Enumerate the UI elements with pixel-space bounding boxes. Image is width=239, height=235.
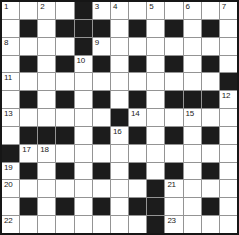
cell-r2c1[interactable]	[2, 20, 19, 37]
blocked-cell-r6c2	[20, 91, 37, 108]
clue-number-13: 13	[4, 109, 13, 119]
cell-r3c6[interactable]: 9	[93, 38, 110, 55]
cell-r10c11[interactable]	[184, 163, 201, 180]
cell-r13c10[interactable]: 23	[165, 216, 182, 233]
cell-r4c1[interactable]	[2, 56, 19, 73]
blocked-cell-r8c6	[93, 127, 110, 144]
cell-r13c1[interactable]: 22	[2, 216, 19, 233]
cell-r4c5[interactable]: 10	[75, 56, 92, 73]
clue-number-21: 21	[167, 180, 176, 190]
blocked-cell-r12c8	[129, 198, 146, 215]
clue-number-3: 3	[95, 2, 99, 12]
cell-r13c11[interactable]	[184, 216, 201, 233]
blocked-cell-r8c3	[38, 127, 55, 144]
cell-r6c13[interactable]: 12	[220, 91, 237, 108]
cell-r5c10[interactable]	[165, 73, 182, 90]
blocked-cell-r12c9	[147, 198, 164, 215]
cell-r9c6[interactable]	[93, 145, 110, 162]
cell-r4c9[interactable]	[147, 56, 164, 73]
cell-r8c1[interactable]	[2, 127, 19, 144]
clue-number-12: 12	[222, 91, 231, 101]
cell-r7c4[interactable]	[56, 109, 73, 126]
cell-r7c11[interactable]: 15	[184, 109, 201, 126]
cell-r11c4[interactable]	[56, 180, 73, 197]
blocked-cell-r4c2	[20, 56, 37, 73]
clue-number-10: 10	[77, 56, 86, 66]
blocked-cell-r6c11	[184, 91, 201, 108]
cell-r5c12[interactable]	[202, 73, 219, 90]
cell-r6c7[interactable]	[111, 91, 128, 108]
cell-r13c3[interactable]	[38, 216, 55, 233]
cell-r10c13[interactable]	[220, 163, 237, 180]
cell-r5c4[interactable]	[56, 73, 73, 90]
cell-r7c1[interactable]: 13	[2, 109, 19, 126]
blocked-cell-r10c6	[93, 163, 110, 180]
cell-r13c5[interactable]	[75, 216, 92, 233]
cell-r13c7[interactable]	[111, 216, 128, 233]
blocked-cell-r6c8	[129, 91, 146, 108]
cell-r11c12[interactable]	[202, 180, 219, 197]
cell-r1c6[interactable]: 3	[93, 2, 110, 19]
cell-r5c2[interactable]	[20, 73, 37, 90]
cell-r13c6[interactable]	[93, 216, 110, 233]
blocked-cell-r3c5	[75, 38, 92, 55]
cell-r1c8[interactable]	[129, 2, 146, 19]
cell-r8c7[interactable]: 16	[111, 127, 128, 144]
blocked-cell-r12c2	[20, 198, 37, 215]
cell-r7c12[interactable]	[202, 109, 219, 126]
cell-r3c7[interactable]	[111, 38, 128, 55]
cell-r13c4[interactable]	[56, 216, 73, 233]
blocked-cell-r4c10	[165, 56, 182, 73]
cell-r11c1[interactable]: 20	[2, 180, 19, 197]
blocked-cell-r10c2	[20, 163, 37, 180]
cell-r7c3[interactable]	[38, 109, 55, 126]
cell-r11c6[interactable]	[93, 180, 110, 197]
cell-r13c12[interactable]	[202, 216, 219, 233]
blocked-cell-r12c6	[93, 198, 110, 215]
cell-r10c7[interactable]	[111, 163, 128, 180]
cell-r11c11[interactable]	[184, 180, 201, 197]
cell-r5c9[interactable]	[147, 73, 164, 90]
clue-number-23: 23	[167, 216, 176, 226]
clue-number-22: 22	[4, 216, 13, 226]
cell-r3c3[interactable]	[38, 38, 55, 55]
cell-r10c3[interactable]	[38, 163, 55, 180]
cell-r5c7[interactable]	[111, 73, 128, 90]
cell-r12c10[interactable]	[165, 198, 182, 215]
blocked-cell-r10c10	[165, 163, 182, 180]
cell-r3c1[interactable]: 8	[2, 38, 19, 55]
cell-r5c5[interactable]	[75, 73, 92, 90]
blocked-cell-r8c10	[165, 127, 182, 144]
cell-r9c9[interactable]	[147, 145, 164, 162]
cell-r6c1[interactable]	[2, 91, 19, 108]
cell-r12c11[interactable]	[184, 198, 201, 215]
cell-r3c11[interactable]	[184, 38, 201, 55]
blocked-cell-r5c13	[220, 73, 237, 90]
clue-number-5: 5	[149, 2, 153, 12]
cell-r7c5[interactable]	[75, 109, 92, 126]
cell-r2c3[interactable]	[38, 20, 55, 37]
clue-number-6: 6	[186, 2, 190, 12]
cell-r9c10[interactable]	[165, 145, 182, 162]
cell-r2c7[interactable]	[111, 20, 128, 37]
clue-number-18: 18	[40, 145, 49, 155]
blocked-cell-r10c4	[56, 163, 73, 180]
cell-r3c8[interactable]	[129, 38, 146, 55]
cell-r9c4[interactable]	[56, 145, 73, 162]
cell-r9c8[interactable]	[129, 145, 146, 162]
blocked-cell-r8c2	[20, 127, 37, 144]
cell-r11c5[interactable]	[75, 180, 92, 197]
cell-r9c11[interactable]	[184, 145, 201, 162]
cell-r1c7[interactable]: 4	[111, 2, 128, 19]
blocked-cell-r6c10	[165, 91, 182, 108]
cell-r13c2[interactable]	[20, 216, 37, 233]
clue-number-20: 20	[4, 180, 13, 190]
cell-r3c9[interactable]	[147, 38, 164, 55]
cell-r8c13[interactable]	[220, 127, 237, 144]
blocked-cell-r6c6	[93, 91, 110, 108]
cell-r5c8[interactable]	[129, 73, 146, 90]
blocked-cell-r7c7	[111, 109, 128, 126]
clue-number-17: 17	[22, 145, 31, 155]
cell-r6c9[interactable]	[147, 91, 164, 108]
cell-r3c12[interactable]	[202, 38, 219, 55]
cell-r5c11[interactable]	[184, 73, 201, 90]
cell-r9c13[interactable]	[220, 145, 237, 162]
cell-r9c3[interactable]: 18	[38, 145, 55, 162]
blocked-cell-r2c8	[129, 20, 146, 37]
cell-r9c7[interactable]	[111, 145, 128, 162]
cell-r7c8[interactable]: 14	[129, 109, 146, 126]
clue-number-19: 19	[4, 163, 13, 173]
cell-r9c2[interactable]: 17	[20, 145, 37, 162]
cell-r7c2[interactable]	[20, 109, 37, 126]
blocked-cell-r8c12	[202, 127, 219, 144]
blocked-cell-r4c12	[202, 56, 219, 73]
cell-r8c11[interactable]	[184, 127, 201, 144]
clue-number-7: 7	[222, 2, 226, 12]
cell-r2c11[interactable]	[184, 20, 201, 37]
cell-r13c8[interactable]	[129, 216, 146, 233]
clue-number-9: 9	[95, 38, 99, 48]
clue-number-14: 14	[131, 109, 140, 119]
cell-r9c12[interactable]	[202, 145, 219, 162]
cell-r2c13[interactable]	[220, 20, 237, 37]
blocked-cell-r8c8	[129, 127, 146, 144]
cell-r1c2[interactable]	[20, 2, 37, 19]
cell-r11c8[interactable]	[129, 180, 146, 197]
cell-r7c10[interactable]	[165, 109, 182, 126]
cell-r2c9[interactable]	[147, 20, 164, 37]
cell-r1c12[interactable]	[202, 2, 219, 19]
cell-r7c13[interactable]	[220, 109, 237, 126]
cell-r4c11[interactable]	[184, 56, 201, 73]
blocked-cell-r13c9	[147, 216, 164, 233]
blocked-cell-r10c8	[129, 163, 146, 180]
blocked-cell-r2c6	[93, 20, 110, 37]
blocked-cell-r2c10	[165, 20, 182, 37]
blocked-cell-r2c2	[20, 20, 37, 37]
cell-r3c10[interactable]	[165, 38, 182, 55]
clue-number-16: 16	[113, 127, 122, 137]
blocked-cell-r2c5	[75, 20, 92, 37]
blocked-cell-r6c4	[56, 91, 73, 108]
blocked-cell-r12c12	[202, 198, 219, 215]
cell-r7c6[interactable]	[93, 109, 110, 126]
cell-r12c3[interactable]	[38, 198, 55, 215]
blocked-cell-r9c1	[2, 145, 19, 162]
cell-r5c6[interactable]	[93, 73, 110, 90]
cell-r11c10[interactable]: 21	[165, 180, 182, 197]
cell-r11c7[interactable]	[111, 180, 128, 197]
blocked-cell-r6c12	[202, 91, 219, 108]
blocked-cell-r4c4	[56, 56, 73, 73]
cell-r1c10[interactable]	[165, 2, 182, 19]
cell-r1c13[interactable]: 7	[220, 2, 237, 19]
clue-number-2: 2	[40, 2, 44, 12]
blocked-cell-r2c4	[56, 20, 73, 37]
cell-r6c3[interactable]	[38, 91, 55, 108]
cell-r1c4[interactable]	[56, 2, 73, 19]
cell-r1c1[interactable]: 1	[2, 2, 19, 19]
cell-r11c2[interactable]	[20, 180, 37, 197]
blocked-cell-r4c6	[93, 56, 110, 73]
cell-r5c3[interactable]	[38, 73, 55, 90]
blocked-cell-r1c5	[75, 2, 92, 19]
blocked-cell-r8c4	[56, 127, 73, 144]
cell-r12c13[interactable]	[220, 198, 237, 215]
cell-r12c7[interactable]	[111, 198, 128, 215]
cell-r5c1[interactable]: 11	[2, 73, 19, 90]
blocked-cell-r10c12	[202, 163, 219, 180]
cell-r7c9[interactable]	[147, 109, 164, 126]
cell-r11c3[interactable]	[38, 180, 55, 197]
crossword-board: 1234567891011121314151617181920212223	[0, 0, 239, 235]
blocked-cell-r11c9	[147, 180, 164, 197]
clue-number-4: 4	[113, 2, 117, 12]
cell-r4c7[interactable]	[111, 56, 128, 73]
clue-number-11: 11	[4, 73, 12, 83]
cell-r8c5[interactable]	[75, 127, 92, 144]
cell-r9c5[interactable]	[75, 145, 92, 162]
cell-r3c4[interactable]	[56, 38, 73, 55]
cell-r1c9[interactable]: 5	[147, 2, 164, 19]
clue-number-8: 8	[4, 38, 8, 48]
blocked-cell-r12c4	[56, 198, 73, 215]
cell-r8c9[interactable]	[147, 127, 164, 144]
cell-r12c1[interactable]	[2, 198, 19, 215]
cell-r4c3[interactable]	[38, 56, 55, 73]
clue-number-15: 15	[186, 109, 195, 119]
cell-r1c11[interactable]: 6	[184, 2, 201, 19]
cell-r4c13[interactable]	[220, 56, 237, 73]
cell-r13c13[interactable]	[220, 216, 237, 233]
cell-r11c13[interactable]	[220, 180, 237, 197]
blocked-cell-r2c12	[202, 20, 219, 37]
cell-r1c3[interactable]: 2	[38, 2, 55, 19]
cell-r6c5[interactable]	[75, 91, 92, 108]
cell-r12c5[interactable]	[75, 198, 92, 215]
blocked-cell-r4c8	[129, 56, 146, 73]
clue-number-1: 1	[4, 2, 8, 12]
cell-r3c13[interactable]	[220, 38, 237, 55]
cell-r10c5[interactable]	[75, 163, 92, 180]
cell-r10c1[interactable]: 19	[2, 163, 19, 180]
cell-r10c9[interactable]	[147, 163, 164, 180]
cell-r3c2[interactable]	[20, 38, 37, 55]
